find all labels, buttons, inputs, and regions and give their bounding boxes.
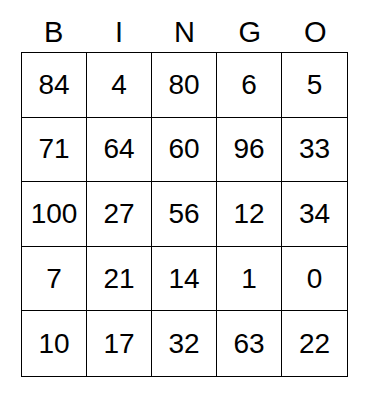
bingo-board: 84 4 80 6 5 71 64 60 96 33 100 27 56 12 … [21, 52, 348, 377]
header-letter-i: I [115, 18, 123, 47]
header-letter-b: B [44, 18, 63, 47]
bingo-cell-r4c3[interactable]: 14 [152, 247, 217, 312]
bingo-cell-r5c3[interactable]: 32 [152, 311, 217, 376]
bingo-cell-r2c5[interactable]: 33 [282, 118, 347, 183]
header-letter-g: G [239, 18, 262, 47]
bingo-cell-r5c5[interactable]: 22 [282, 311, 347, 376]
bingo-cell-r1c4[interactable]: 6 [217, 53, 282, 118]
bingo-cell-r3c3[interactable]: 56 [152, 182, 217, 247]
bingo-cell-r2c1[interactable]: 71 [22, 118, 87, 183]
bingo-cell-r4c1[interactable]: 7 [22, 247, 87, 312]
bingo-cell-r4c4[interactable]: 1 [217, 247, 282, 312]
bingo-cell-r4c2[interactable]: 21 [87, 247, 152, 312]
header-letter-n: N [174, 18, 195, 47]
bingo-cell-r2c4[interactable]: 96 [217, 118, 282, 183]
bingo-cell-r5c1[interactable]: 10 [22, 311, 87, 376]
bingo-card: B I N G O 84 4 80 6 5 71 64 60 96 33 100… [0, 0, 368, 377]
bingo-cell-r3c5[interactable]: 34 [282, 182, 347, 247]
bingo-cell-r1c3[interactable]: 80 [152, 53, 217, 118]
bingo-cell-r5c2[interactable]: 17 [87, 311, 152, 376]
bingo-cell-r2c2[interactable]: 64 [87, 118, 152, 183]
bingo-cell-r4c5[interactable]: 0 [282, 247, 347, 312]
bingo-cell-r5c4[interactable]: 63 [217, 311, 282, 376]
header-letter-o: O [304, 18, 327, 47]
bingo-cell-r3c1[interactable]: 100 [22, 182, 87, 247]
bingo-header: B I N G O [21, 13, 368, 52]
bingo-cell-r3c2[interactable]: 27 [87, 182, 152, 247]
bingo-cell-r1c5[interactable]: 5 [282, 53, 347, 118]
bingo-cell-r1c2[interactable]: 4 [87, 53, 152, 118]
bingo-cell-r1c1[interactable]: 84 [22, 53, 87, 118]
bingo-cell-r2c3[interactable]: 60 [152, 118, 217, 183]
bingo-cell-r3c4[interactable]: 12 [217, 182, 282, 247]
